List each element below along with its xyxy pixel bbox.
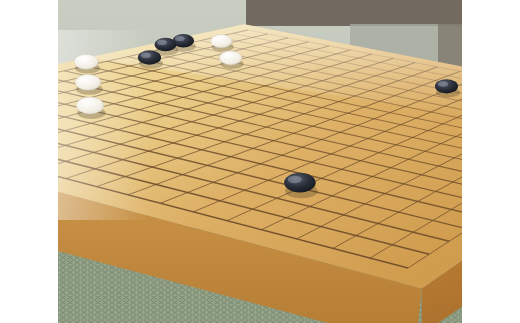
go-board-photo bbox=[0, 0, 520, 323]
go-stone-black[interactable] bbox=[155, 38, 177, 52]
go-stone-white[interactable] bbox=[211, 35, 232, 48]
stone-highlight bbox=[141, 52, 151, 58]
stone-highlight bbox=[175, 36, 185, 41]
go-stone-black[interactable] bbox=[435, 79, 458, 93]
stone-highlight bbox=[157, 40, 167, 45]
go-stone-white[interactable] bbox=[219, 51, 242, 65]
background-dark-smudge bbox=[438, 0, 462, 68]
go-stone-black[interactable] bbox=[138, 50, 161, 64]
go-stone-white[interactable] bbox=[76, 97, 103, 114]
letterbox-left bbox=[0, 0, 58, 323]
stone-highlight bbox=[438, 81, 448, 87]
background-dark-band bbox=[246, 0, 462, 26]
photo-content bbox=[0, 0, 520, 323]
go-stone-black[interactable] bbox=[284, 173, 316, 193]
go-stone-white[interactable] bbox=[74, 54, 98, 69]
letterbox-right bbox=[462, 0, 520, 323]
stone-highlight bbox=[288, 176, 302, 184]
photo-frame bbox=[0, 0, 520, 323]
go-stone-white[interactable] bbox=[75, 74, 101, 90]
